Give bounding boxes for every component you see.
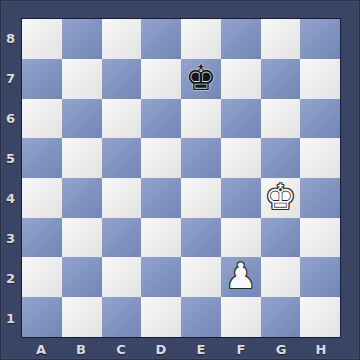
rank-label: 6 (0, 98, 21, 138)
square-g3[interactable] (261, 218, 301, 258)
rank-label: 1 (0, 298, 21, 338)
square-a4[interactable] (22, 178, 62, 218)
square-b2[interactable] (62, 257, 102, 297)
square-f3[interactable] (221, 218, 261, 258)
square-g4[interactable]: ♚ (261, 178, 301, 218)
file-label: G (261, 338, 301, 360)
square-g5[interactable] (261, 138, 301, 178)
square-d8[interactable] (141, 19, 181, 59)
square-b7[interactable] (62, 59, 102, 99)
square-h6[interactable] (300, 99, 340, 139)
rank-label: 8 (0, 18, 21, 58)
square-a6[interactable] (22, 99, 62, 139)
square-h2[interactable] (300, 257, 340, 297)
square-d2[interactable] (141, 257, 181, 297)
square-d7[interactable] (141, 59, 181, 99)
square-g2[interactable] (261, 257, 301, 297)
square-c7[interactable] (102, 59, 142, 99)
chess-board: ♚♚♟ (21, 18, 341, 338)
square-f5[interactable] (221, 138, 261, 178)
square-e5[interactable] (181, 138, 221, 178)
file-label: E (181, 338, 221, 360)
square-f6[interactable] (221, 99, 261, 139)
square-c6[interactable] (102, 99, 142, 139)
square-c3[interactable] (102, 218, 142, 258)
square-g6[interactable] (261, 99, 301, 139)
square-c1[interactable] (102, 297, 142, 337)
square-f7[interactable] (221, 59, 261, 99)
square-e7[interactable]: ♚ (181, 59, 221, 99)
square-h8[interactable] (300, 19, 340, 59)
square-a3[interactable] (22, 218, 62, 258)
square-g8[interactable] (261, 19, 301, 59)
square-b5[interactable] (62, 138, 102, 178)
square-b6[interactable] (62, 99, 102, 139)
square-f2[interactable]: ♟ (221, 257, 261, 297)
square-e6[interactable] (181, 99, 221, 139)
piece-white-pawn[interactable]: ♟ (225, 256, 256, 296)
square-f8[interactable] (221, 19, 261, 59)
file-label: H (301, 338, 341, 360)
file-label: F (221, 338, 261, 360)
square-e2[interactable] (181, 257, 221, 297)
file-label: D (141, 338, 181, 360)
square-d4[interactable] (141, 178, 181, 218)
square-e1[interactable] (181, 297, 221, 337)
file-labels: A B C D E F G H (21, 338, 341, 360)
square-c5[interactable] (102, 138, 142, 178)
square-h5[interactable] (300, 138, 340, 178)
square-d6[interactable] (141, 99, 181, 139)
square-c2[interactable] (102, 257, 142, 297)
board-frame: 8 7 6 5 4 3 2 1 ♚♚♟ A B C D E F G H (0, 0, 360, 360)
square-e3[interactable] (181, 218, 221, 258)
square-a7[interactable] (22, 59, 62, 99)
square-a1[interactable] (22, 297, 62, 337)
square-h7[interactable] (300, 59, 340, 99)
square-f4[interactable] (221, 178, 261, 218)
piece-white-king[interactable]: ♚ (265, 177, 296, 217)
file-label: A (21, 338, 61, 360)
square-a5[interactable] (22, 138, 62, 178)
square-h4[interactable] (300, 178, 340, 218)
rank-label: 3 (0, 218, 21, 258)
square-b4[interactable] (62, 178, 102, 218)
square-f1[interactable] (221, 297, 261, 337)
square-d5[interactable] (141, 138, 181, 178)
rank-label: 7 (0, 58, 21, 98)
square-b1[interactable] (62, 297, 102, 337)
square-e4[interactable] (181, 178, 221, 218)
square-h1[interactable] (300, 297, 340, 337)
rank-labels: 8 7 6 5 4 3 2 1 (0, 18, 21, 338)
rank-label: 4 (0, 178, 21, 218)
square-e8[interactable] (181, 19, 221, 59)
square-g1[interactable] (261, 297, 301, 337)
rank-label: 5 (0, 138, 21, 178)
piece-black-king[interactable]: ♚ (185, 58, 216, 98)
rank-label: 2 (0, 258, 21, 298)
square-h3[interactable] (300, 218, 340, 258)
square-b8[interactable] (62, 19, 102, 59)
file-label: B (61, 338, 101, 360)
square-d3[interactable] (141, 218, 181, 258)
file-label: C (101, 338, 141, 360)
square-c4[interactable] (102, 178, 142, 218)
square-c8[interactable] (102, 19, 142, 59)
square-a2[interactable] (22, 257, 62, 297)
square-a8[interactable] (22, 19, 62, 59)
square-d1[interactable] (141, 297, 181, 337)
square-b3[interactable] (62, 218, 102, 258)
square-g7[interactable] (261, 59, 301, 99)
